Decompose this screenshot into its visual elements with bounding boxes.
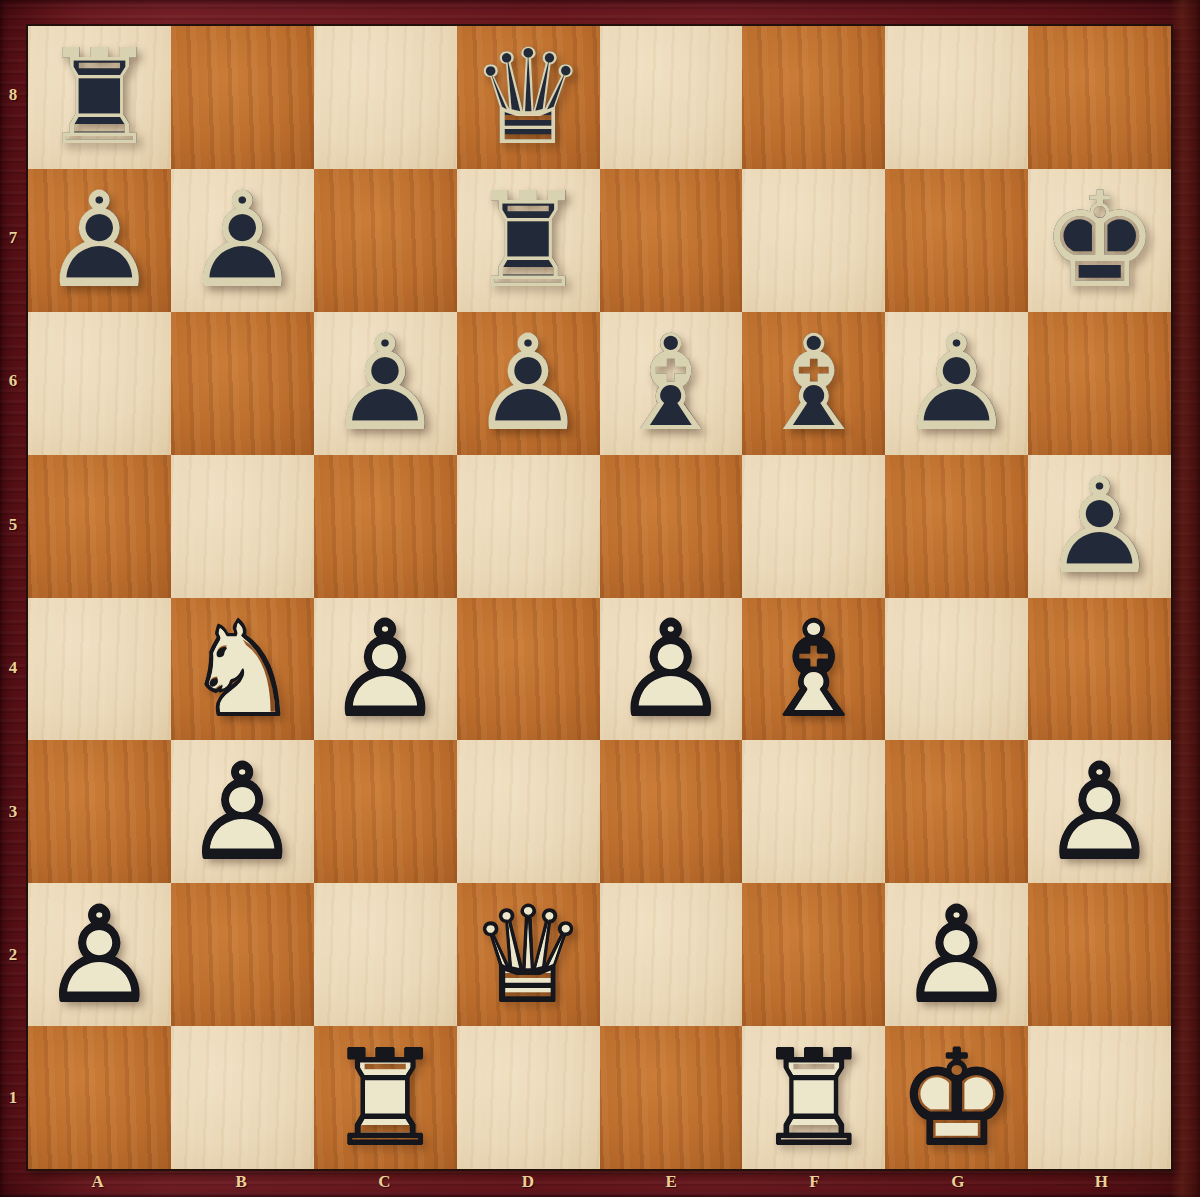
square-b3[interactable]: ♟♙ [171,740,314,883]
square-f3[interactable] [742,740,885,883]
white-king-icon: ♚♔ [885,1026,1028,1169]
square-a2[interactable]: ♟♙ [28,883,171,1026]
rank-label-3: 3 [0,802,26,822]
white-bishop-icon: ♝♗ [742,598,885,741]
square-g3[interactable] [885,740,1028,883]
square-h8[interactable] [1028,26,1171,169]
square-d4[interactable] [457,598,600,741]
square-h4[interactable] [1028,598,1171,741]
square-c2[interactable] [314,883,457,1026]
black-pawn-icon: ♟♙ [314,312,457,455]
rank-label-7: 7 [0,228,26,248]
file-label-a: A [26,1169,169,1197]
square-c4[interactable]: ♟♙ [314,598,457,741]
white-pawn-icon: ♟♙ [600,598,743,741]
square-e8[interactable] [600,26,743,169]
square-b7[interactable]: ♟♙ [171,169,314,312]
black-queen-icon: ♛♕ [457,26,600,169]
square-h1[interactable] [1028,1026,1171,1169]
square-c6[interactable]: ♟♙ [314,312,457,455]
square-d8[interactable]: ♛♕ [457,26,600,169]
file-label-e: E [600,1169,743,1197]
square-a8[interactable]: ♜♖ [28,26,171,169]
black-pawn-icon: ♟♙ [457,312,600,455]
square-b4[interactable]: ♞♘ [171,598,314,741]
square-f5[interactable] [742,455,885,598]
square-c1[interactable]: ♜♖ [314,1026,457,1169]
square-g8[interactable] [885,26,1028,169]
square-g4[interactable] [885,598,1028,741]
square-e4[interactable]: ♟♙ [600,598,743,741]
rank-label-6: 6 [0,371,26,391]
square-g6[interactable]: ♟♙ [885,312,1028,455]
rank-label-5: 5 [0,515,26,535]
white-rook-icon: ♜♖ [742,1026,885,1169]
square-h2[interactable] [1028,883,1171,1026]
square-d5[interactable] [457,455,600,598]
square-c5[interactable] [314,455,457,598]
square-g2[interactable]: ♟♙ [885,883,1028,1026]
white-queen-icon: ♛♕ [457,883,600,1026]
rank-label-2: 2 [0,945,26,965]
black-pawn-icon: ♟♙ [885,312,1028,455]
rank-label-8: 8 [0,85,26,105]
black-pawn-icon: ♟♙ [1028,455,1171,598]
square-b6[interactable] [171,312,314,455]
chess-board-screenshot: ♜♖♛♕♟♙♟♙♜♖♚♔♟♙♟♙♝♗♝♗♟♙♟♙♞♘♟♙♟♙♝♗♟♙♟♙♟♙♛♕… [0,0,1200,1197]
file-label-d: D [456,1169,599,1197]
square-e3[interactable] [600,740,743,883]
square-c8[interactable] [314,26,457,169]
square-f8[interactable] [742,26,885,169]
square-f6[interactable]: ♝♗ [742,312,885,455]
square-d1[interactable] [457,1026,600,1169]
square-h7[interactable]: ♚♔ [1028,169,1171,312]
square-d7[interactable]: ♜♖ [457,169,600,312]
square-a5[interactable] [28,455,171,598]
square-b8[interactable] [171,26,314,169]
square-f4[interactable]: ♝♗ [742,598,885,741]
square-f2[interactable] [742,883,885,1026]
black-bishop-icon: ♝♗ [742,312,885,455]
square-h3[interactable]: ♟♙ [1028,740,1171,883]
square-e6[interactable]: ♝♗ [600,312,743,455]
square-h5[interactable]: ♟♙ [1028,455,1171,598]
black-king-icon: ♚♔ [1028,169,1171,312]
black-bishop-icon: ♝♗ [600,312,743,455]
square-f7[interactable] [742,169,885,312]
square-b1[interactable] [171,1026,314,1169]
file-label-h: H [1030,1169,1173,1197]
square-h6[interactable] [1028,312,1171,455]
file-label-b: B [169,1169,312,1197]
square-e2[interactable] [600,883,743,1026]
black-rook-icon: ♜♖ [28,26,171,169]
file-label-f: F [743,1169,886,1197]
square-c7[interactable] [314,169,457,312]
square-g7[interactable] [885,169,1028,312]
rank-label-4: 4 [0,658,26,678]
file-label-c: C [313,1169,456,1197]
square-d6[interactable]: ♟♙ [457,312,600,455]
black-pawn-icon: ♟♙ [28,169,171,312]
white-pawn-icon: ♟♙ [1028,740,1171,883]
square-g1[interactable]: ♚♔ [885,1026,1028,1169]
white-pawn-icon: ♟♙ [28,883,171,1026]
square-a6[interactable] [28,312,171,455]
white-knight-icon: ♞♘ [171,598,314,741]
square-f1[interactable]: ♜♖ [742,1026,885,1169]
white-rook-icon: ♜♖ [314,1026,457,1169]
chess-board: ♜♖♛♕♟♙♟♙♜♖♚♔♟♙♟♙♝♗♝♗♟♙♟♙♞♘♟♙♟♙♝♗♟♙♟♙♟♙♛♕… [26,24,1173,1171]
black-rook-icon: ♜♖ [457,169,600,312]
square-e5[interactable] [600,455,743,598]
square-a4[interactable] [28,598,171,741]
square-a1[interactable] [28,1026,171,1169]
square-b2[interactable] [171,883,314,1026]
square-a3[interactable] [28,740,171,883]
white-pawn-icon: ♟♙ [171,740,314,883]
square-b5[interactable] [171,455,314,598]
rank-label-1: 1 [0,1088,26,1108]
square-c3[interactable] [314,740,457,883]
black-pawn-icon: ♟♙ [171,169,314,312]
square-e7[interactable] [600,169,743,312]
white-pawn-icon: ♟♙ [314,598,457,741]
white-pawn-icon: ♟♙ [885,883,1028,1026]
square-g5[interactable] [885,455,1028,598]
square-e1[interactable] [600,1026,743,1169]
square-d2[interactable]: ♛♕ [457,883,600,1026]
file-label-g: G [886,1169,1029,1197]
square-a7[interactable]: ♟♙ [28,169,171,312]
square-d3[interactable] [457,740,600,883]
